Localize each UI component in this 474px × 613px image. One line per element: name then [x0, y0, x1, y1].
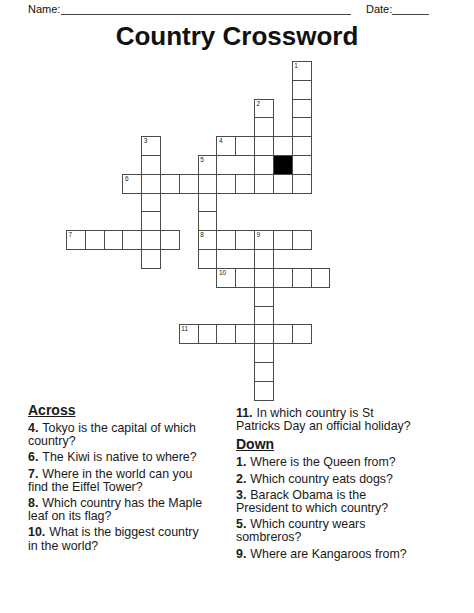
grid-cell[interactable]: 8 [198, 230, 218, 250]
clue-text: The Kiwi is native to where? [42, 450, 196, 464]
grid-cell[interactable] [254, 362, 274, 382]
grid-cell[interactable] [141, 249, 161, 269]
down-section: 11.In which country is St Patricks Day a… [236, 407, 448, 564]
grid-cell[interactable] [292, 136, 312, 156]
grid-cell[interactable] [160, 174, 180, 194]
grid-cell[interactable] [141, 155, 161, 175]
grid-cell[interactable] [292, 117, 312, 137]
grid-cell[interactable] [85, 230, 105, 250]
clue-text: Barack Obama is the President to which c… [236, 488, 388, 515]
clue-text: Which country wears sombreros? [236, 517, 365, 544]
clue-text: Where in the world can you find the Eiff… [28, 467, 192, 494]
grid-cell[interactable] [292, 80, 312, 100]
clue-number: 10. [28, 525, 45, 539]
clue-across-8: 8.Which country has the Maple leaf on it… [28, 497, 233, 523]
grid-cell[interactable] [292, 174, 312, 194]
grid-cell[interactable] [198, 174, 218, 194]
cell-clue-number: 6 [125, 175, 129, 182]
grid-cell[interactable]: 10 [216, 268, 236, 288]
grid-cell[interactable] [254, 268, 274, 288]
grid-cell[interactable] [292, 324, 312, 344]
grid-cell[interactable] [235, 174, 255, 194]
grid-cell[interactable] [235, 324, 255, 344]
cell-clue-number: 7 [69, 231, 73, 238]
grid-cell[interactable] [104, 230, 124, 250]
black-cell [273, 155, 293, 175]
name-blank[interactable] [61, 13, 351, 15]
grid-cell[interactable] [122, 230, 142, 250]
grid-cell[interactable] [254, 343, 274, 363]
cell-clue-number: 9 [257, 231, 261, 238]
grid-cell[interactable] [254, 117, 274, 137]
name-field-label: Name: [28, 3, 60, 15]
clue-text: Which country eats dogs? [250, 472, 393, 486]
grid-cell[interactable] [235, 230, 255, 250]
cell-clue-number: 2 [257, 100, 261, 107]
grid-cell[interactable] [254, 249, 274, 269]
clue-across-6: 6.The Kiwi is native to where? [28, 451, 233, 464]
clue-across-10: 10.What is the biggest country in the wo… [28, 526, 233, 552]
grid-cell[interactable] [254, 287, 274, 307]
grid-cell[interactable] [216, 230, 236, 250]
grid-cell[interactable]: 3 [141, 136, 161, 156]
cell-clue-number: 10 [219, 269, 226, 276]
grid-cell[interactable] [273, 136, 293, 156]
clue-number: 5. [236, 517, 246, 531]
clue-number: 11. [236, 406, 253, 420]
grid-cell[interactable] [141, 193, 161, 213]
clue-number: 8. [28, 496, 38, 510]
clue-number: 2. [236, 472, 246, 486]
grid-cell[interactable] [273, 230, 293, 250]
cell-clue-number: 3 [144, 137, 148, 144]
grid-cell[interactable] [198, 249, 218, 269]
grid-cell[interactable] [198, 211, 218, 231]
down-heading: Down [236, 436, 448, 452]
grid-cell[interactable] [292, 99, 312, 119]
clue-number: 4. [28, 421, 38, 435]
clue-text: Which country has the Maple leaf on its … [28, 496, 202, 523]
grid-cell[interactable] [292, 268, 312, 288]
clue-number: 7. [28, 467, 38, 481]
crossword-grid: 1234567891011 [66, 61, 331, 401]
worksheet-page: Name: Date: Country Crossword 1234567891… [0, 0, 474, 613]
clue-down-3: 3.Barack Obama is the President to which… [236, 489, 448, 515]
grid-cell[interactable]: 4 [216, 136, 236, 156]
grid-cell[interactable]: 1 [292, 61, 312, 81]
clue-text: In which country is St Patricks Day an o… [236, 406, 411, 433]
clue-down-5: 5.Which country wears sombreros? [236, 518, 448, 544]
grid-cell[interactable]: 7 [66, 230, 86, 250]
grid-cell[interactable] [216, 174, 236, 194]
grid-cell[interactable] [141, 230, 161, 250]
grid-cell[interactable] [141, 211, 161, 231]
grid-cell[interactable] [292, 230, 312, 250]
grid-cell[interactable] [254, 136, 274, 156]
date-field-label: Date: [366, 3, 392, 15]
grid-cell[interactable] [254, 381, 274, 401]
clue-down-1: 1.Where is the Queen from? [236, 456, 448, 469]
clue-text: What is the biggest country in the world… [28, 525, 199, 552]
grid-cell[interactable]: 2 [254, 99, 274, 119]
grid-cell[interactable] [216, 324, 236, 344]
clue-across-7: 7.Where in the world can you find the Ei… [28, 468, 233, 494]
grid-cell[interactable] [198, 324, 218, 344]
clue-across-4: 4.Tokyo is the capital of which country? [28, 422, 233, 448]
grid-cell[interactable] [254, 174, 274, 194]
across-heading: Across [28, 402, 233, 418]
clue-across-11: 11.In which country is St Patricks Day a… [236, 407, 448, 433]
clue-number: 9. [236, 547, 246, 561]
clue-text: Where is the Queen from? [250, 455, 395, 469]
grid-cell[interactable] [292, 155, 312, 175]
cell-clue-number: 5 [200, 156, 204, 163]
clue-text: Tokyo is the capital of which country? [28, 421, 196, 448]
clue-number: 6. [28, 450, 38, 464]
grid-cell[interactable]: 11 [179, 324, 199, 344]
grid-cell[interactable] [160, 230, 180, 250]
cell-clue-number: 4 [219, 137, 223, 144]
grid-cell[interactable] [273, 324, 293, 344]
cell-clue-number: 8 [200, 231, 204, 238]
clue-number: 1. [236, 455, 246, 469]
cell-clue-number: 1 [294, 62, 298, 69]
date-blank[interactable] [392, 13, 429, 15]
clue-text: Where are Kangaroos from? [250, 547, 406, 561]
grid-cell[interactable] [235, 136, 255, 156]
puzzle-title: Country Crossword [0, 21, 474, 52]
grid-cell[interactable] [141, 174, 161, 194]
clue-down-2: 2.Which country eats dogs? [236, 473, 448, 486]
grid-cell[interactable] [254, 324, 274, 344]
grid-cell[interactable] [273, 174, 293, 194]
grid-cell[interactable]: 9 [254, 230, 274, 250]
grid-cell[interactable]: 6 [122, 174, 142, 194]
grid-cell[interactable] [273, 268, 293, 288]
cell-clue-number: 11 [181, 325, 188, 332]
grid-cell[interactable] [198, 193, 218, 213]
grid-cell[interactable] [311, 268, 331, 288]
grid-cell[interactable] [235, 268, 255, 288]
clue-number: 3. [236, 488, 246, 502]
across-section: Across 4.Tokyo is the capital of which c… [28, 402, 233, 556]
grid-cell[interactable] [254, 306, 274, 326]
grid-cell[interactable] [179, 174, 199, 194]
grid-cell[interactable]: 5 [198, 155, 218, 175]
grid-cell[interactable] [254, 155, 274, 175]
clue-down-9: 9.Where are Kangaroos from? [236, 548, 448, 561]
